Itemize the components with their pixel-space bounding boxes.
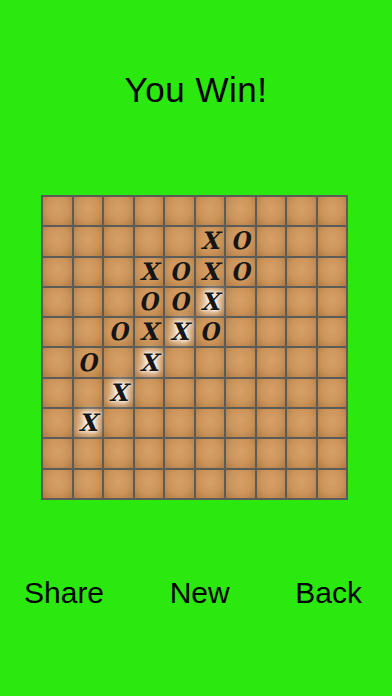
board-cell-9-2[interactable] xyxy=(104,470,133,498)
board-cell-4-2[interactable]: O xyxy=(104,318,133,346)
board-cell-4-1[interactable] xyxy=(74,318,103,346)
board-cell-4-7[interactable] xyxy=(257,318,286,346)
board-cell-5-9[interactable] xyxy=(318,348,347,376)
board-cell-1-7[interactable] xyxy=(257,227,286,255)
board-cell-3-7[interactable] xyxy=(257,288,286,316)
board-cell-9-3[interactable] xyxy=(135,470,164,498)
piece-x: X xyxy=(78,411,97,435)
board-cell-5-6[interactable] xyxy=(226,348,255,376)
board-cell-4-4[interactable]: X xyxy=(165,318,194,346)
board-cell-7-3[interactable] xyxy=(135,409,164,437)
board-cell-2-2[interactable] xyxy=(104,258,133,286)
board-cell-5-7[interactable] xyxy=(257,348,286,376)
board-cell-9-5[interactable] xyxy=(196,470,225,498)
board-cell-2-3[interactable]: X xyxy=(135,258,164,286)
board-cell-3-2[interactable] xyxy=(104,288,133,316)
piece-x: X xyxy=(200,290,219,314)
board-cell-8-1[interactable] xyxy=(74,439,103,467)
piece-x: X xyxy=(170,320,189,344)
board-cell-6-2[interactable]: X xyxy=(104,379,133,407)
board-cell-0-3[interactable] xyxy=(135,197,164,225)
board-cell-5-4[interactable] xyxy=(165,348,194,376)
board-cell-6-7[interactable] xyxy=(257,379,286,407)
board-cell-0-1[interactable] xyxy=(74,197,103,225)
board-cell-2-1[interactable] xyxy=(74,258,103,286)
piece-o: O xyxy=(199,320,220,345)
board-cell-1-5[interactable]: X xyxy=(196,227,225,255)
board-cell-1-9[interactable] xyxy=(318,227,347,255)
piece-x: X xyxy=(139,351,158,375)
board-cell-1-1[interactable] xyxy=(74,227,103,255)
piece-x: X xyxy=(109,381,128,405)
board-cell-3-9[interactable] xyxy=(318,288,347,316)
board-cell-0-0[interactable] xyxy=(43,197,72,225)
board-cell-0-2[interactable] xyxy=(104,197,133,225)
board-cell-4-8[interactable] xyxy=(287,318,316,346)
piece-x: X xyxy=(139,260,158,284)
board-cell-5-0[interactable] xyxy=(43,348,72,376)
board-cell-1-0[interactable] xyxy=(43,227,72,255)
board-cell-4-5[interactable]: O xyxy=(196,318,225,346)
board-cell-8-8[interactable] xyxy=(287,439,316,467)
piece-o: O xyxy=(169,289,190,314)
board-cell-8-6[interactable] xyxy=(226,439,255,467)
piece-o: O xyxy=(169,259,190,284)
piece-x: X xyxy=(200,260,219,284)
piece-o: O xyxy=(108,320,129,345)
game-board: XOXOXOOOXOXXOOXXX xyxy=(41,195,348,500)
board-cell-8-2[interactable] xyxy=(104,439,133,467)
board-cell-0-5[interactable] xyxy=(196,197,225,225)
board-cell-7-8[interactable] xyxy=(287,409,316,437)
board-cell-2-4[interactable]: O xyxy=(165,258,194,286)
board-cell-6-3[interactable] xyxy=(135,379,164,407)
board-cell-9-7[interactable] xyxy=(257,470,286,498)
piece-o: O xyxy=(138,289,159,314)
board-cell-2-0[interactable] xyxy=(43,258,72,286)
board-cell-3-8[interactable] xyxy=(287,288,316,316)
board-cell-2-8[interactable] xyxy=(287,258,316,286)
board-cell-0-6[interactable] xyxy=(226,197,255,225)
board-cell-0-9[interactable] xyxy=(318,197,347,225)
board-cell-6-1[interactable] xyxy=(74,379,103,407)
board-cell-6-8[interactable] xyxy=(287,379,316,407)
board-cell-7-4[interactable] xyxy=(165,409,194,437)
new-game-button[interactable]: New xyxy=(170,576,230,610)
page-title: You Win! xyxy=(0,70,392,110)
board-cell-0-7[interactable] xyxy=(257,197,286,225)
board-cell-5-8[interactable] xyxy=(287,348,316,376)
board-cell-9-4[interactable] xyxy=(165,470,194,498)
board-cell-7-5[interactable] xyxy=(196,409,225,437)
board-cell-7-6[interactable] xyxy=(226,409,255,437)
board-cell-8-9[interactable] xyxy=(318,439,347,467)
board-cell-1-6[interactable]: O xyxy=(226,227,255,255)
board-cell-2-7[interactable] xyxy=(257,258,286,286)
board-cell-5-3[interactable]: X xyxy=(135,348,164,376)
board-cell-7-1[interactable]: X xyxy=(74,409,103,437)
board-cell-3-0[interactable] xyxy=(43,288,72,316)
board-cell-0-4[interactable] xyxy=(165,197,194,225)
board-cell-8-4[interactable] xyxy=(165,439,194,467)
board-cell-9-9[interactable] xyxy=(318,470,347,498)
board-cell-7-2[interactable] xyxy=(104,409,133,437)
board-cell-6-6[interactable] xyxy=(226,379,255,407)
board-cell-2-5[interactable]: X xyxy=(196,258,225,286)
board-cell-7-0[interactable] xyxy=(43,409,72,437)
board-cell-4-6[interactable] xyxy=(226,318,255,346)
board-cell-1-2[interactable] xyxy=(104,227,133,255)
board-cell-3-3[interactable]: O xyxy=(135,288,164,316)
piece-o: O xyxy=(77,350,98,375)
piece-x: X xyxy=(139,320,158,344)
board-cell-6-9[interactable] xyxy=(318,379,347,407)
board-cell-6-5[interactable] xyxy=(196,379,225,407)
board-cell-8-0[interactable] xyxy=(43,439,72,467)
board-cell-9-8[interactable] xyxy=(287,470,316,498)
board-cell-5-5[interactable] xyxy=(196,348,225,376)
board-cell-8-7[interactable] xyxy=(257,439,286,467)
board-cell-9-1[interactable] xyxy=(74,470,103,498)
board-cell-3-1[interactable] xyxy=(74,288,103,316)
back-button[interactable]: Back xyxy=(295,576,362,610)
board-cell-7-7[interactable] xyxy=(257,409,286,437)
board-cell-0-8[interactable] xyxy=(287,197,316,225)
board-cell-1-8[interactable] xyxy=(287,227,316,255)
board-cell-3-4[interactable]: O xyxy=(165,288,194,316)
board-cell-8-3[interactable] xyxy=(135,439,164,467)
piece-o: O xyxy=(230,229,251,254)
board-cell-1-4[interactable] xyxy=(165,227,194,255)
board-cell-2-9[interactable] xyxy=(318,258,347,286)
board-cell-6-0[interactable] xyxy=(43,379,72,407)
board-cell-2-6[interactable]: O xyxy=(226,258,255,286)
board-cell-9-6[interactable] xyxy=(226,470,255,498)
board-cell-3-5[interactable]: X xyxy=(196,288,225,316)
board-cell-3-6[interactable] xyxy=(226,288,255,316)
piece-x: X xyxy=(200,229,219,253)
board-cell-9-0[interactable] xyxy=(43,470,72,498)
board-cell-5-2[interactable] xyxy=(104,348,133,376)
share-button[interactable]: Share xyxy=(24,576,104,610)
piece-o: O xyxy=(230,259,251,284)
board-cell-4-3[interactable]: X xyxy=(135,318,164,346)
board-cell-6-4[interactable] xyxy=(165,379,194,407)
button-bar: Share New Back xyxy=(0,576,392,610)
board-cell-1-3[interactable] xyxy=(135,227,164,255)
board-cell-5-1[interactable]: O xyxy=(74,348,103,376)
board-cell-4-9[interactable] xyxy=(318,318,347,346)
board-cell-7-9[interactable] xyxy=(318,409,347,437)
board-cell-4-0[interactable] xyxy=(43,318,72,346)
board-cell-8-5[interactable] xyxy=(196,439,225,467)
